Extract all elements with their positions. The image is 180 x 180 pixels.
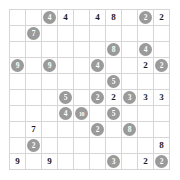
cell-r3c9: 4 [138, 42, 154, 58]
cell-r8c7[interactable] [106, 122, 122, 138]
cell-r8c1[interactable] [10, 122, 26, 138]
cell-r6c10: 3 [154, 90, 170, 106]
cell-r2c3[interactable] [42, 26, 58, 42]
cell-r5c10[interactable] [154, 74, 170, 90]
cell-r4c6: 4 [90, 58, 106, 74]
cell-r5c6[interactable] [90, 74, 106, 90]
circled-clue-number: 3 [107, 155, 120, 168]
cell-r3c4[interactable] [58, 42, 74, 58]
cell-r7c6[interactable] [90, 106, 106, 122]
cell-r6c9: 3 [138, 90, 154, 106]
cell-r2c9[interactable] [138, 26, 154, 42]
cell-r2c10[interactable] [154, 26, 170, 42]
cell-r4c10: 2 [154, 58, 170, 74]
cell-r6c7: 2 [106, 90, 122, 106]
cell-r10c2[interactable] [26, 154, 42, 170]
cell-r6c2[interactable] [26, 90, 42, 106]
cell-r7c3[interactable] [42, 106, 58, 122]
plain-clue-number: 7 [31, 125, 36, 134]
cell-r6c8: 3 [122, 90, 138, 106]
cell-r7c4: 4 [58, 106, 74, 122]
cell-r5c9[interactable] [138, 74, 154, 90]
circled-clue-number: 2 [155, 155, 168, 168]
circled-clue-number: 2 [139, 11, 152, 24]
cell-r9c10: 8 [154, 138, 170, 154]
plain-clue-number: 2 [143, 61, 148, 70]
cell-r9c9[interactable] [138, 138, 154, 154]
cell-r9c1[interactable] [10, 138, 26, 154]
cell-r3c1[interactable] [10, 42, 26, 58]
cell-r4c7[interactable] [106, 58, 122, 74]
cell-r6c1[interactable] [10, 90, 26, 106]
circled-clue-number: 5 [107, 75, 120, 88]
cell-r2c5[interactable] [74, 26, 90, 42]
plain-clue-number: 2 [159, 13, 164, 22]
cell-r1c6: 4 [90, 10, 106, 26]
cell-r1c7: 8 [106, 10, 122, 26]
cell-r4c2[interactable] [26, 58, 42, 74]
circled-clue-number: 4 [43, 11, 56, 24]
cell-r8c10[interactable] [154, 122, 170, 138]
circled-clue-number: 9 [43, 59, 56, 72]
cell-r10c9: 2 [138, 154, 154, 170]
cell-r4c5[interactable] [74, 58, 90, 74]
plain-clue-number: 8 [111, 13, 116, 22]
cell-r9c6[interactable] [90, 138, 106, 154]
circled-clue-number: 5 [59, 91, 72, 104]
cell-r5c8[interactable] [122, 74, 138, 90]
cell-r8c4[interactable] [58, 122, 74, 138]
cell-r3c6[interactable] [90, 42, 106, 58]
circled-clue-number: 3 [123, 91, 136, 104]
cell-r6c5[interactable] [74, 90, 90, 106]
cell-r9c8[interactable] [122, 138, 138, 154]
cell-r1c1[interactable] [10, 10, 26, 26]
cell-r6c4: 5 [58, 90, 74, 106]
cell-r1c3: 4 [42, 10, 58, 26]
plain-clue-number: 9 [47, 157, 52, 166]
cell-r5c7: 5 [106, 74, 122, 90]
cell-r8c5[interactable] [74, 122, 90, 138]
circled-clue-number: 9 [11, 59, 24, 72]
cell-r5c5[interactable] [74, 74, 90, 90]
circled-clue-number: 5 [107, 107, 120, 120]
cell-r7c9[interactable] [138, 106, 154, 122]
cell-r6c6: 2 [90, 90, 106, 106]
circled-clue-number: 2 [91, 123, 104, 136]
cell-r3c7: 8 [106, 42, 122, 58]
cell-r3c8[interactable] [122, 42, 138, 58]
cell-r7c7: 5 [106, 106, 122, 122]
cell-r5c2[interactable] [26, 74, 42, 90]
plain-clue-number: 4 [95, 13, 100, 22]
cell-r10c10: 2 [154, 154, 170, 170]
cell-r4c1: 9 [10, 58, 26, 74]
cell-r10c8[interactable] [122, 154, 138, 170]
cell-r10c3: 9 [42, 154, 58, 170]
circled-clue-number: 2 [155, 59, 168, 72]
cell-r8c2: 7 [26, 122, 42, 138]
plain-clue-number: 4 [63, 13, 68, 22]
plain-clue-number: 3 [159, 93, 164, 102]
cell-r9c2: 2 [26, 138, 42, 154]
cell-r7c10[interactable] [154, 106, 170, 122]
cell-r10c5[interactable] [74, 154, 90, 170]
circled-clue-number: 8 [107, 43, 120, 56]
circled-clue-number: 2 [27, 139, 40, 152]
cell-r9c7[interactable] [106, 138, 122, 154]
cell-r3c5[interactable] [74, 42, 90, 58]
cell-r4c8[interactable] [122, 58, 138, 74]
cell-r4c9: 2 [138, 58, 154, 74]
plain-clue-number: 2 [143, 157, 148, 166]
plain-clue-number: 9 [15, 157, 20, 166]
cell-r7c5: 10 [74, 106, 90, 122]
circled-clue-number: 8 [123, 123, 136, 136]
cell-r4c4[interactable] [58, 58, 74, 74]
circled-clue-number: 4 [139, 43, 152, 56]
cell-r8c3[interactable] [42, 122, 58, 138]
cell-r9c3[interactable] [42, 138, 58, 154]
plain-clue-number: 8 [159, 141, 164, 150]
cell-r9c5[interactable] [74, 138, 90, 154]
cell-r5c4[interactable] [58, 74, 74, 90]
cell-r2c6[interactable] [90, 26, 106, 42]
circled-clue-number: 7 [27, 27, 40, 40]
cell-r2c7[interactable] [106, 26, 122, 42]
circled-clue-number: 4 [59, 107, 72, 120]
cell-r8c8: 8 [122, 122, 138, 138]
cell-r5c1[interactable] [10, 74, 26, 90]
cell-r7c1[interactable] [10, 106, 26, 122]
cell-r7c8[interactable] [122, 106, 138, 122]
cell-r1c9: 2 [138, 10, 154, 26]
cell-r1c2[interactable] [26, 10, 42, 26]
cell-r4c3: 9 [42, 58, 58, 74]
puzzle-board: 44482278499422552233341057282899322 [9, 9, 170, 170]
cell-r10c4[interactable] [58, 154, 74, 170]
cell-r1c10: 2 [154, 10, 170, 26]
cell-r7c2[interactable] [26, 106, 42, 122]
cell-r1c8[interactable] [122, 10, 138, 26]
cell-r2c1[interactable] [10, 26, 26, 42]
cell-r3c10[interactable] [154, 42, 170, 58]
circled-clue-number: 2 [91, 91, 104, 104]
circled-clue-number: 10 [75, 107, 88, 120]
cell-r2c8[interactable] [122, 26, 138, 42]
cell-r10c7: 3 [106, 154, 122, 170]
cell-r2c2: 7 [26, 26, 42, 42]
cell-r5c3[interactable] [42, 74, 58, 90]
cell-r2c4[interactable] [58, 26, 74, 42]
plain-clue-number: 2 [111, 93, 116, 102]
cell-r10c6[interactable] [90, 154, 106, 170]
cell-r6c3[interactable] [42, 90, 58, 106]
cell-r1c4: 4 [58, 10, 74, 26]
cell-r1c5[interactable] [74, 10, 90, 26]
cell-r8c6: 2 [90, 122, 106, 138]
cell-r10c1: 9 [10, 154, 26, 170]
cell-r9c4[interactable] [58, 138, 74, 154]
cell-r8c9[interactable] [138, 122, 154, 138]
cell-r3c3[interactable] [42, 42, 58, 58]
circled-clue-number: 4 [91, 59, 104, 72]
plain-clue-number: 3 [143, 93, 148, 102]
cell-r3c2[interactable] [26, 42, 42, 58]
